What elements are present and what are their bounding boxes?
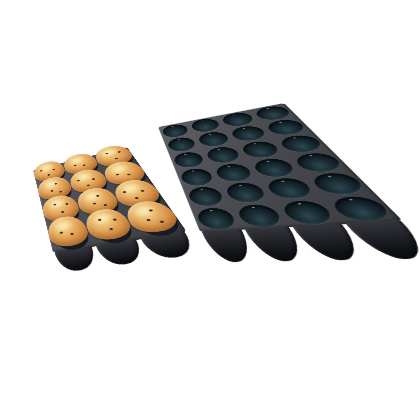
chocolate-chip bbox=[123, 191, 127, 193]
chocolate-chip bbox=[40, 170, 43, 172]
muffin-tray-12-filled bbox=[33, 147, 187, 253]
chocolate-chip bbox=[105, 153, 108, 155]
chocolate-chip bbox=[117, 151, 120, 153]
chocolate-chip bbox=[103, 204, 107, 206]
product-photo bbox=[0, 0, 420, 420]
chocolate-chip bbox=[98, 219, 102, 221]
right-tray-grid bbox=[158, 103, 403, 232]
chocolate-chip bbox=[77, 179, 80, 181]
chocolate-chip bbox=[127, 174, 131, 176]
muffin-tray-24-empty bbox=[158, 103, 403, 232]
chocolate-chip bbox=[109, 228, 113, 231]
chocolate-chip bbox=[159, 220, 164, 223]
empty-cup bbox=[308, 172, 369, 197]
chocolate-chip bbox=[53, 169, 56, 171]
chocolate-chip bbox=[54, 183, 57, 185]
chocolate-chip bbox=[92, 178, 95, 180]
empty-cup bbox=[194, 207, 238, 230]
chocolate-chip bbox=[116, 174, 120, 176]
chocolate-chip bbox=[59, 191, 62, 193]
chocolate-chip bbox=[93, 203, 97, 205]
chocolate-chip bbox=[53, 203, 56, 205]
chocolate-chip bbox=[70, 233, 74, 235]
chocolate-chip bbox=[83, 164, 86, 166]
chocolate-chip bbox=[146, 219, 151, 222]
chocolate-chip bbox=[60, 231, 63, 233]
chocolate-chip bbox=[65, 203, 68, 205]
empty-cup bbox=[186, 186, 226, 207]
chocolate-chip bbox=[73, 164, 76, 166]
chocolate-chip bbox=[61, 211, 64, 213]
empty-cup bbox=[178, 167, 215, 187]
chocolate-chip bbox=[113, 218, 117, 220]
chocolate-chip bbox=[47, 174, 50, 176]
chocolate-chip bbox=[149, 209, 154, 211]
chocolate-chip bbox=[96, 195, 100, 197]
chocolate-chip bbox=[86, 184, 89, 186]
cup-underside bbox=[345, 220, 420, 260]
chocolate-chip bbox=[115, 158, 118, 160]
empty-cup bbox=[291, 151, 346, 173]
chocolate-chip bbox=[140, 190, 144, 192]
chocolate-chip bbox=[51, 190, 54, 192]
chocolate-chip bbox=[135, 197, 139, 199]
